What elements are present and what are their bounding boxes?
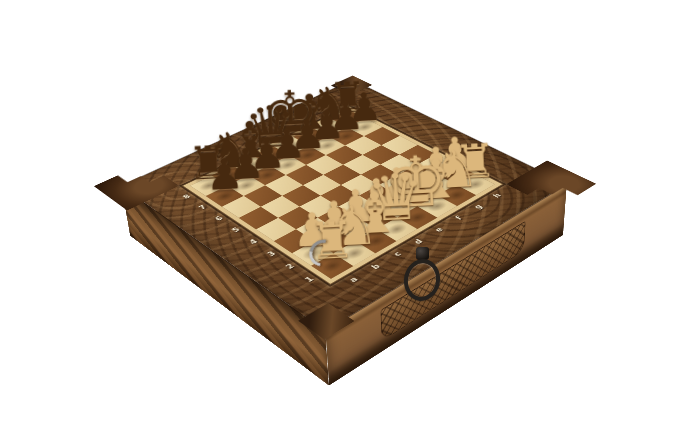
scene: ♜♞♝♛♚♝♞♜♟♟♟♟♟♟♟♟♟♟♟♟♟♟♟♟♜♞♝♛♚♝♞♜ 8765432… bbox=[175, 19, 507, 351]
black-pawn[interactable]: ♟ bbox=[180, 114, 265, 199]
board-top-carved-frame: ♜♞♝♛♚♝♞♜♟♟♟♟♟♟♟♟♟♟♟♟♟♟♟♟♜♞♝♛♚♝♞♜ 8765432… bbox=[121, 80, 567, 331]
chess-set-photo: ♜♞♝♛♚♝♞♜♟♟♟♟♟♟♟♟♟♟♟♟♟♟♟♟♜♞♝♛♚♝♞♜ 8765432… bbox=[0, 0, 680, 425]
chess-box: ♜♞♝♛♚♝♞♜♟♟♟♟♟♟♟♟♟♟♟♟♟♟♟♟♜♞♝♛♚♝♞♜ 8765432… bbox=[121, 80, 567, 331]
carved-corner-wing-left bbox=[94, 163, 179, 210]
drawer-key[interactable] bbox=[404, 247, 440, 301]
chess-board: ♜♞♝♛♚♝♞♜♟♟♟♟♟♟♟♟♟♟♟♟♟♟♟♟♜♞♝♛♚♝♞♜ bbox=[190, 110, 495, 279]
key-ring-icon bbox=[401, 256, 444, 304]
